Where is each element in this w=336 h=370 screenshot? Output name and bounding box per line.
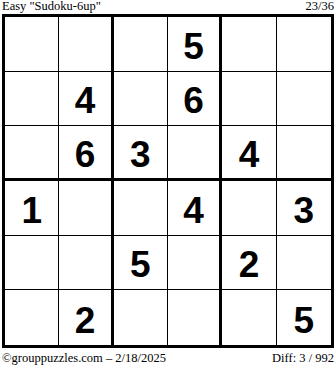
cell-r3c2-given[interactable]: 6 (59, 126, 113, 181)
footer: ©grouppuzzles.com – 2/18/2025 Diff: 3 / … (2, 351, 334, 369)
cell-r1c2-empty[interactable] (59, 17, 113, 72)
cell-r5c4-empty[interactable] (168, 236, 222, 291)
difficulty-text: Diff: 3 / 992 (272, 351, 334, 365)
copyright-text: ©grouppuzzles.com – 2/18/2025 (2, 351, 166, 365)
cell-r2c4-given[interactable]: 6 (168, 72, 222, 127)
given-digit: 6 (75, 136, 96, 173)
cell-r1c3-empty[interactable] (114, 17, 168, 72)
given-digit: 3 (130, 136, 151, 173)
given-digit: 3 (294, 192, 315, 229)
cell-r2c2-given[interactable]: 4 (59, 72, 113, 127)
given-digit: 2 (239, 246, 260, 283)
given-digit: 2 (75, 302, 96, 339)
cell-r4c6-given[interactable]: 3 (277, 181, 331, 236)
puzzle-page: Easy "Sudoku-6up" 23/36 5466341435225 ©g… (0, 0, 336, 370)
cell-r3c6-empty[interactable] (277, 126, 331, 181)
puzzle-counter: 23/36 (306, 0, 334, 13)
cell-r1c6-empty[interactable] (277, 17, 331, 72)
cell-r6c5-empty[interactable] (222, 290, 276, 345)
cell-r2c6-empty[interactable] (277, 72, 331, 127)
cell-r4c5-empty[interactable] (222, 181, 276, 236)
cell-r6c3-empty[interactable] (114, 290, 168, 345)
cell-r4c4-given[interactable]: 4 (168, 181, 222, 236)
cell-r3c3-given[interactable]: 3 (114, 126, 168, 181)
given-digit: 5 (130, 246, 151, 283)
cell-r2c5-empty[interactable] (222, 72, 276, 127)
cell-r6c6-given[interactable]: 5 (277, 290, 331, 345)
cell-r4c2-empty[interactable] (59, 181, 113, 236)
cell-r5c6-empty[interactable] (277, 236, 331, 291)
given-digit: 1 (21, 192, 42, 229)
cell-r6c2-given[interactable]: 2 (59, 290, 113, 345)
sudoku-board: 5466341435225 (2, 14, 334, 348)
cell-r1c5-empty[interactable] (222, 17, 276, 72)
given-digit: 5 (294, 302, 315, 339)
given-digit: 4 (239, 136, 260, 173)
puzzle-title: Easy "Sudoku-6up" (2, 0, 101, 13)
given-digit: 4 (183, 192, 204, 229)
cell-r4c1-given[interactable]: 1 (5, 181, 59, 236)
cell-r1c1-empty[interactable] (5, 17, 59, 72)
given-digit: 5 (183, 28, 204, 65)
cell-r3c1-empty[interactable] (5, 126, 59, 181)
cell-r4c3-empty[interactable] (114, 181, 168, 236)
cell-r2c3-empty[interactable] (114, 72, 168, 127)
cell-r5c5-given[interactable]: 2 (222, 236, 276, 291)
cell-r6c4-empty[interactable] (168, 290, 222, 345)
given-digit: 6 (183, 82, 204, 119)
cell-r5c2-empty[interactable] (59, 236, 113, 291)
cell-r5c3-given[interactable]: 5 (114, 236, 168, 291)
header: Easy "Sudoku-6up" 23/36 (2, 0, 334, 14)
cell-r6c1-empty[interactable] (5, 290, 59, 345)
cell-r2c1-empty[interactable] (5, 72, 59, 127)
cell-r3c5-given[interactable]: 4 (222, 126, 276, 181)
cell-r5c1-empty[interactable] (5, 236, 59, 291)
cell-r1c4-given[interactable]: 5 (168, 17, 222, 72)
given-digit: 4 (75, 82, 96, 119)
cell-r3c4-empty[interactable] (168, 126, 222, 181)
